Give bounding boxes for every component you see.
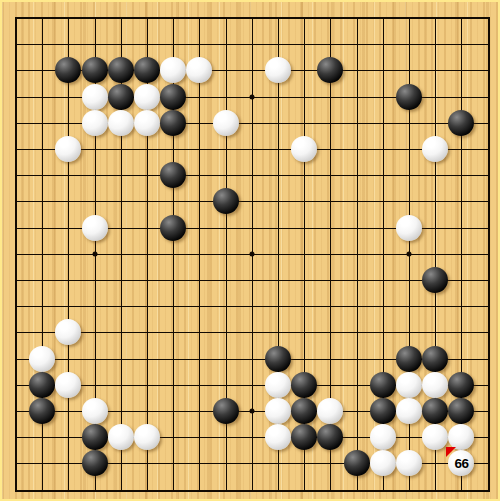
stone-white [370,424,396,450]
stone-white [186,57,212,83]
stone-white [291,136,317,162]
stone-white [265,57,291,83]
stone-black [160,84,186,110]
stone-white [160,57,186,83]
stone-black [317,424,343,450]
stone-white [82,398,108,424]
stone-white [396,372,422,398]
stone-black [291,424,317,450]
stone-white [265,424,291,450]
stone-white [134,84,160,110]
stone-black [448,372,474,398]
stone-white [396,450,422,476]
stone-white [265,372,291,398]
star-point [249,251,254,256]
stone-white [55,319,81,345]
stone-black [134,57,160,83]
star-point [407,251,412,256]
stone-black [370,398,396,424]
stone-black [108,57,134,83]
stone-black [29,398,55,424]
stone-white [108,424,134,450]
stone-white [213,110,239,136]
stone-white [82,84,108,110]
star-point [92,251,97,256]
stone-black [160,162,186,188]
stone-black [213,398,239,424]
stone-white [448,424,474,450]
stone-white [317,398,343,424]
stone-black [370,372,396,398]
stone-black [422,267,448,293]
stone-white [370,450,396,476]
stone-black [213,188,239,214]
stone-white [55,372,81,398]
stone-black [29,372,55,398]
stone-white [134,424,160,450]
stone-black [396,346,422,372]
stone-white [55,136,81,162]
stone-black [422,398,448,424]
stone-black [448,110,474,136]
stone-black [265,346,291,372]
stone-black [55,57,81,83]
stone-black [82,57,108,83]
stone-white [422,424,448,450]
star-point [249,94,254,99]
stone-black [108,84,134,110]
stone-black [160,110,186,136]
stone-white [422,136,448,162]
stone-white [422,372,448,398]
last-move-stone: 66 [448,450,474,476]
stone-white [396,398,422,424]
stone-white [396,215,422,241]
stone-white [82,110,108,136]
stone-black [291,398,317,424]
stone-black [396,84,422,110]
move-number-label: 66 [448,450,474,476]
go-board[interactable]: 66 [0,0,500,501]
stone-black [317,57,343,83]
stone-black [291,372,317,398]
stone-white [108,110,134,136]
stone-white [29,346,55,372]
stone-white [134,110,160,136]
stone-black [448,398,474,424]
stone-black [160,215,186,241]
stone-white [265,398,291,424]
stone-black [344,450,370,476]
stone-black [422,346,448,372]
star-point [249,409,254,414]
stone-black [82,450,108,476]
stone-white [82,215,108,241]
stone-black [82,424,108,450]
